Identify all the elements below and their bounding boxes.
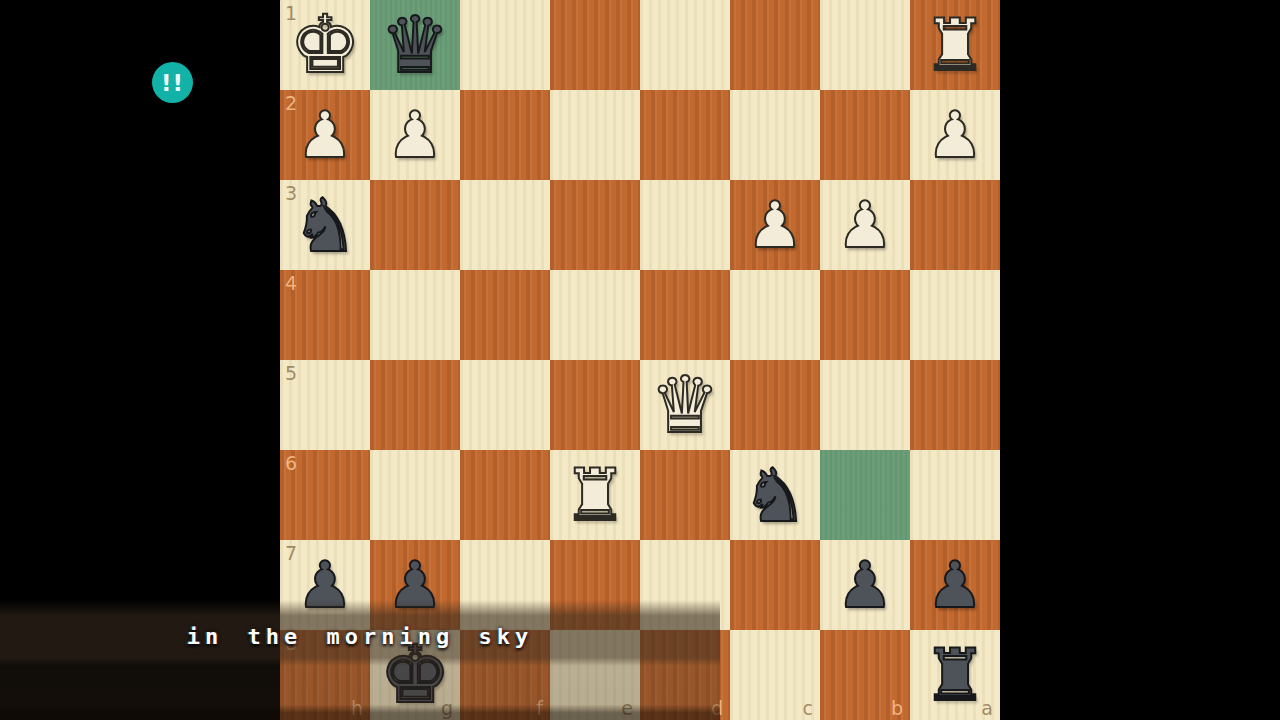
piece-white-pawn[interactable]: ♟: [370, 90, 460, 180]
piece-white-rook[interactable]: ♜: [910, 0, 1000, 90]
square-c7[interactable]: [730, 540, 820, 630]
square-h2[interactable]: 2♟: [280, 90, 370, 180]
square-b2[interactable]: [820, 90, 910, 180]
square-e7[interactable]: [550, 540, 640, 630]
file-label-b: b: [891, 697, 903, 719]
piece-black-pawn[interactable]: ♟: [820, 540, 910, 630]
square-e1[interactable]: [550, 0, 640, 90]
piece-black-knight[interactable]: ♞: [280, 180, 370, 270]
square-d4[interactable]: [640, 270, 730, 360]
square-c1[interactable]: [730, 0, 820, 90]
square-f4[interactable]: [460, 270, 550, 360]
square-b5[interactable]: [820, 360, 910, 450]
square-b1[interactable]: [820, 0, 910, 90]
square-a4[interactable]: [910, 270, 1000, 360]
square-f3[interactable]: [460, 180, 550, 270]
file-label-e: e: [621, 697, 633, 719]
square-e3[interactable]: [550, 180, 640, 270]
rank-label-6: 6: [285, 452, 297, 474]
file-label-h: h: [351, 697, 363, 719]
square-g6[interactable]: [370, 450, 460, 540]
square-g2[interactable]: ♟: [370, 90, 460, 180]
piece-white-pawn[interactable]: ♟: [730, 180, 820, 270]
piece-white-pawn[interactable]: ♟: [280, 90, 370, 180]
square-b4[interactable]: [820, 270, 910, 360]
file-label-d: d: [711, 697, 723, 719]
square-d7[interactable]: [640, 540, 730, 630]
square-a3[interactable]: [910, 180, 1000, 270]
square-f1[interactable]: [460, 0, 550, 90]
square-c4[interactable]: [730, 270, 820, 360]
piece-black-pawn[interactable]: ♟: [370, 540, 460, 630]
square-g4[interactable]: [370, 270, 460, 360]
square-h7[interactable]: 7♟: [280, 540, 370, 630]
rank-label-4: 4: [285, 272, 297, 294]
square-g7[interactable]: ♟: [370, 540, 460, 630]
square-b3[interactable]: ♟: [820, 180, 910, 270]
square-h4[interactable]: 4: [280, 270, 370, 360]
square-d3[interactable]: [640, 180, 730, 270]
piece-white-queen[interactable]: ♛: [640, 360, 730, 450]
square-e5[interactable]: [550, 360, 640, 450]
square-c2[interactable]: [730, 90, 820, 180]
square-e2[interactable]: [550, 90, 640, 180]
square-b7[interactable]: ♟: [820, 540, 910, 630]
square-h3[interactable]: 3♞: [280, 180, 370, 270]
piece-black-pawn[interactable]: ♟: [910, 540, 1000, 630]
square-e6[interactable]: ♜: [550, 450, 640, 540]
square-e4[interactable]: [550, 270, 640, 360]
square-g3[interactable]: [370, 180, 460, 270]
brilliant-move-badge: !!: [152, 62, 193, 103]
square-a8[interactable]: a♜: [910, 630, 1000, 720]
square-h1[interactable]: 1♚: [280, 0, 370, 90]
square-f5[interactable]: [460, 360, 550, 450]
piece-white-king[interactable]: ♚: [280, 0, 370, 90]
square-f2[interactable]: [460, 90, 550, 180]
square-a5[interactable]: [910, 360, 1000, 450]
square-a7[interactable]: ♟: [910, 540, 1000, 630]
square-d5[interactable]: ♛: [640, 360, 730, 450]
square-c8[interactable]: c: [730, 630, 820, 720]
square-a2[interactable]: ♟: [910, 90, 1000, 180]
square-h5[interactable]: 5: [280, 360, 370, 450]
square-b6[interactable]: [820, 450, 910, 540]
square-d6[interactable]: [640, 450, 730, 540]
square-b8[interactable]: b: [820, 630, 910, 720]
square-f7[interactable]: [460, 540, 550, 630]
piece-white-rook[interactable]: ♜: [550, 450, 640, 540]
square-c5[interactable]: [730, 360, 820, 450]
square-c6[interactable]: ♞: [730, 450, 820, 540]
square-d2[interactable]: [640, 90, 730, 180]
file-label-f: f: [536, 697, 543, 719]
square-h6[interactable]: 6: [280, 450, 370, 540]
square-d1[interactable]: [640, 0, 730, 90]
piece-black-knight[interactable]: ♞: [730, 450, 820, 540]
square-a6[interactable]: [910, 450, 1000, 540]
square-a1[interactable]: ♜: [910, 0, 1000, 90]
piece-white-pawn[interactable]: ♟: [910, 90, 1000, 180]
square-g5[interactable]: [370, 360, 460, 450]
piece-white-pawn[interactable]: ♟: [820, 180, 910, 270]
video-frame: 1♚♛♜2♟♟♟3♞♟♟45♛6♜♞7♟♟♟♟8hg♚fedcba♜ !! in…: [0, 0, 1280, 720]
rank-label-5: 5: [285, 362, 297, 384]
square-c3[interactable]: ♟: [730, 180, 820, 270]
square-f6[interactable]: [460, 450, 550, 540]
piece-black-rook[interactable]: ♜: [910, 630, 1000, 720]
caption-subtitle: in the morning sky: [0, 624, 720, 649]
piece-black-queen[interactable]: ♛: [370, 0, 460, 90]
piece-black-pawn[interactable]: ♟: [280, 540, 370, 630]
file-label-c: c: [803, 697, 813, 719]
chess-board: 1♚♛♜2♟♟♟3♞♟♟45♛6♜♞7♟♟♟♟8hg♚fedcba♜: [280, 0, 1000, 720]
square-g1[interactable]: ♛: [370, 0, 460, 90]
